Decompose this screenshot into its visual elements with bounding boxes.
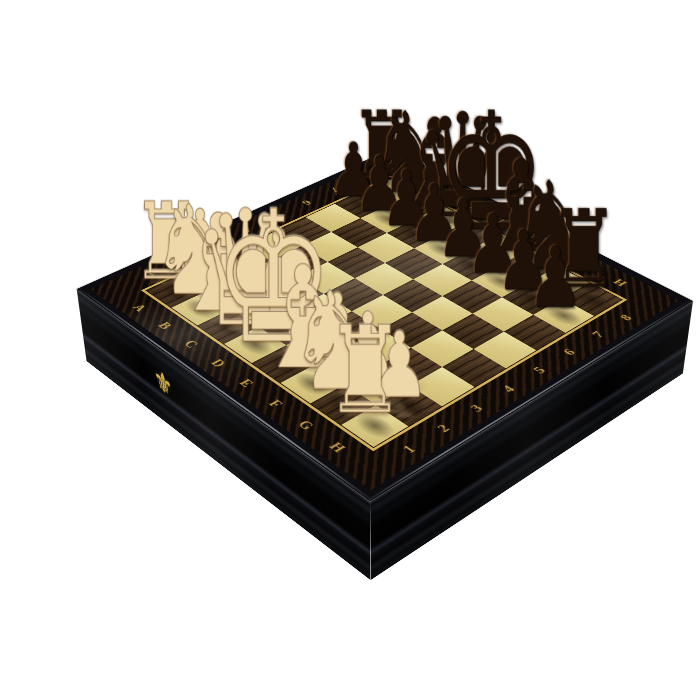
- black-pawn-glyph: ♟: [472, 236, 639, 320]
- chess-board: AA11BB22CC33DD44EE55FF66GG77HH88 ⚜ ♜♜♞♞♝…: [77, 149, 693, 502]
- drawer-handle-icon[interactable]: ⚜: [152, 361, 174, 405]
- chess-set-photo: AA11BB22CC33DD44EE55FF66GG77HH88 ⚜ ♜♜♞♞♝…: [0, 0, 700, 700]
- white-rook-glyph: ♜: [272, 311, 457, 431]
